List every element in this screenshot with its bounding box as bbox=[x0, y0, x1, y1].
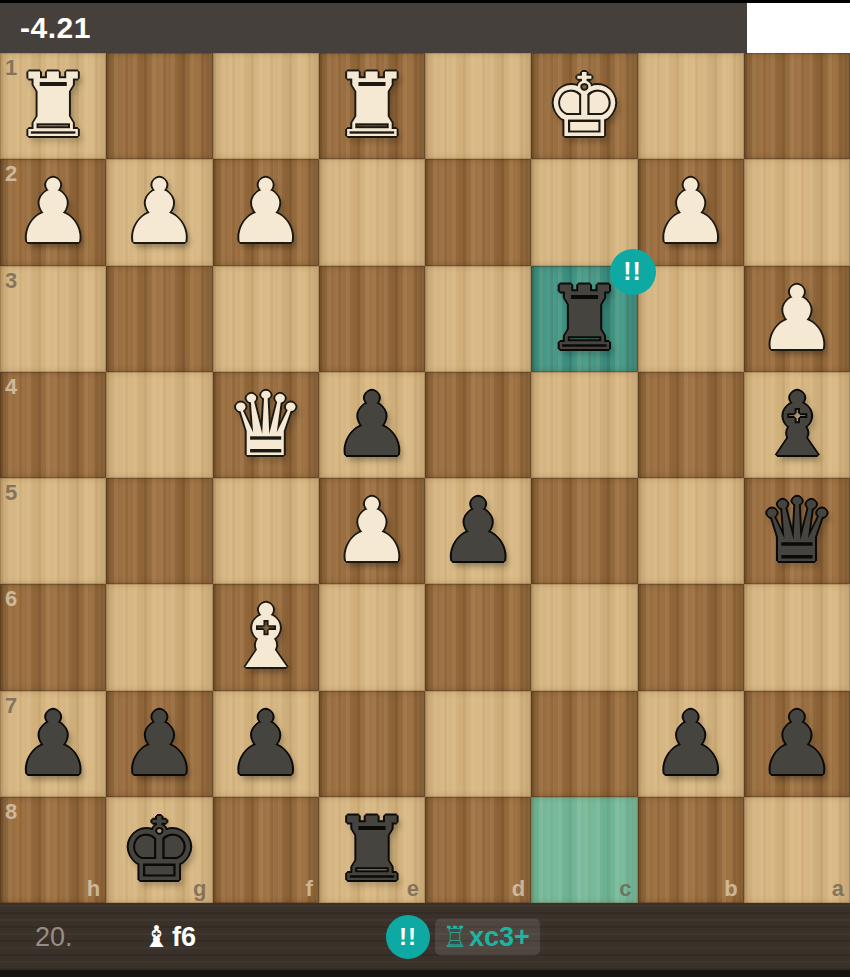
square-e6[interactable] bbox=[319, 584, 425, 690]
square-f6[interactable]: ♝ bbox=[213, 584, 319, 690]
square-c7[interactable] bbox=[531, 691, 637, 797]
black-pawn-a7[interactable]: ♟ bbox=[744, 691, 850, 797]
square-b5[interactable] bbox=[638, 478, 744, 584]
white-rook-e1[interactable]: ♜ bbox=[319, 53, 425, 159]
square-g1[interactable] bbox=[106, 53, 212, 159]
black-pawn-g7[interactable]: ♟ bbox=[106, 691, 212, 797]
square-c6[interactable] bbox=[531, 584, 637, 690]
bottom-strip bbox=[0, 970, 850, 977]
square-c2[interactable] bbox=[531, 159, 637, 265]
square-d7[interactable] bbox=[425, 691, 531, 797]
white-king-c1[interactable]: ♚ bbox=[531, 53, 637, 159]
chess-analysis-screen: -4.21 1♜♜♚2♟♟♟♟3♜♟4♛♟♝5♟♟♛6♝7♟♟♟♟♟8hg♚fe… bbox=[0, 0, 850, 977]
square-h8[interactable]: 8h bbox=[0, 797, 106, 903]
file-label-f: f bbox=[305, 876, 312, 902]
square-d6[interactable] bbox=[425, 584, 531, 690]
black-pawn-e4[interactable]: ♟ bbox=[319, 372, 425, 478]
rank-label-5: 5 bbox=[5, 480, 17, 506]
white-bishop-f6[interactable]: ♝ bbox=[213, 584, 319, 690]
square-e3[interactable] bbox=[319, 266, 425, 372]
square-b2[interactable]: ♟ bbox=[638, 159, 744, 265]
move-bar: 20. ♝ f6 !! ♖ xc3+ bbox=[0, 903, 850, 970]
rank-label-6: 6 bbox=[5, 586, 17, 612]
square-c8[interactable]: c bbox=[531, 797, 637, 903]
square-d4[interactable] bbox=[425, 372, 531, 478]
white-pawn-b2[interactable]: ♟ bbox=[638, 159, 744, 265]
square-a6[interactable] bbox=[744, 584, 850, 690]
square-g5[interactable] bbox=[106, 478, 212, 584]
square-e4[interactable]: ♟ bbox=[319, 372, 425, 478]
evaluation-bar: -4.21 bbox=[0, 3, 850, 53]
black-pawn-b7[interactable]: ♟ bbox=[638, 691, 744, 797]
brilliant-move-badge: !! bbox=[386, 915, 430, 959]
square-a3[interactable]: ♟ bbox=[744, 266, 850, 372]
square-h7[interactable]: 7♟ bbox=[0, 691, 106, 797]
rank-label-8: 8 bbox=[5, 799, 17, 825]
file-label-h: h bbox=[87, 876, 100, 902]
square-h3[interactable]: 3 bbox=[0, 266, 106, 372]
black-pawn-h7[interactable]: ♟ bbox=[0, 691, 106, 797]
square-b6[interactable] bbox=[638, 584, 744, 690]
square-f4[interactable]: ♛ bbox=[213, 372, 319, 478]
white-pawn-a3[interactable]: ♟ bbox=[744, 266, 850, 372]
black-move-button[interactable]: ♖ xc3+ bbox=[435, 918, 540, 955]
square-e7[interactable] bbox=[319, 691, 425, 797]
black-queen-a5[interactable]: ♛ bbox=[744, 478, 850, 584]
black-pawn-d5[interactable]: ♟ bbox=[425, 478, 531, 584]
move-number: 20. bbox=[35, 921, 73, 952]
black-king-g8[interactable]: ♚ bbox=[106, 797, 212, 903]
square-b1[interactable] bbox=[638, 53, 744, 159]
square-f5[interactable] bbox=[213, 478, 319, 584]
white-rook-h1[interactable]: ♜ bbox=[0, 53, 106, 159]
rank-label-3: 3 bbox=[5, 268, 17, 294]
square-b4[interactable] bbox=[638, 372, 744, 478]
square-g7[interactable]: ♟ bbox=[106, 691, 212, 797]
square-a1[interactable] bbox=[744, 53, 850, 159]
white-pawn-e5[interactable]: ♟ bbox=[319, 478, 425, 584]
square-f3[interactable] bbox=[213, 266, 319, 372]
black-rook-e8[interactable]: ♜ bbox=[319, 797, 425, 903]
square-g8[interactable]: g♚ bbox=[106, 797, 212, 903]
square-e8[interactable]: e♜ bbox=[319, 797, 425, 903]
square-d2[interactable] bbox=[425, 159, 531, 265]
white-pawn-g2[interactable]: ♟ bbox=[106, 159, 212, 265]
square-d1[interactable] bbox=[425, 53, 531, 159]
white-pawn-f2[interactable]: ♟ bbox=[213, 159, 319, 265]
square-c4[interactable] bbox=[531, 372, 637, 478]
black-bishop-a4[interactable]: ♝ bbox=[744, 372, 850, 478]
square-c1[interactable]: ♚ bbox=[531, 53, 637, 159]
evaluation-score: -4.21 bbox=[20, 11, 91, 45]
bishop-icon: ♝ bbox=[143, 922, 170, 952]
square-h6[interactable]: 6 bbox=[0, 584, 106, 690]
square-d8[interactable]: d bbox=[425, 797, 531, 903]
black-move-label: xc3+ bbox=[469, 921, 530, 952]
file-label-d: d bbox=[512, 876, 525, 902]
square-f7[interactable]: ♟ bbox=[213, 691, 319, 797]
rook-icon: ♖ bbox=[442, 922, 468, 951]
black-pawn-f7[interactable]: ♟ bbox=[213, 691, 319, 797]
square-c5[interactable] bbox=[531, 478, 637, 584]
square-f1[interactable] bbox=[213, 53, 319, 159]
white-move-button[interactable]: ♝ f6 bbox=[143, 921, 196, 952]
square-g3[interactable] bbox=[106, 266, 212, 372]
square-h1[interactable]: 1♜ bbox=[0, 53, 106, 159]
evaluation-white-section bbox=[747, 3, 850, 53]
square-b7[interactable]: ♟ bbox=[638, 691, 744, 797]
square-e5[interactable]: ♟ bbox=[319, 478, 425, 584]
square-h4[interactable]: 4 bbox=[0, 372, 106, 478]
square-h2[interactable]: 2♟ bbox=[0, 159, 106, 265]
white-queen-f4[interactable]: ♛ bbox=[213, 372, 319, 478]
white-move-label: f6 bbox=[172, 921, 196, 952]
square-e2[interactable] bbox=[319, 159, 425, 265]
square-a2[interactable] bbox=[744, 159, 850, 265]
file-label-c: c bbox=[619, 876, 631, 902]
square-a4[interactable]: ♝ bbox=[744, 372, 850, 478]
square-d5[interactable]: ♟ bbox=[425, 478, 531, 584]
square-g4[interactable] bbox=[106, 372, 212, 478]
square-a8[interactable]: a bbox=[744, 797, 850, 903]
square-b8[interactable]: b bbox=[638, 797, 744, 903]
square-h5[interactable]: 5 bbox=[0, 478, 106, 584]
file-label-b: b bbox=[724, 876, 737, 902]
rank-label-4: 4 bbox=[5, 374, 17, 400]
board-brilliant-badge: !! bbox=[610, 249, 656, 295]
square-a5[interactable]: ♛ bbox=[744, 478, 850, 584]
white-pawn-h2[interactable]: ♟ bbox=[0, 159, 106, 265]
square-d3[interactable] bbox=[425, 266, 531, 372]
square-f8[interactable]: f bbox=[213, 797, 319, 903]
square-f2[interactable]: ♟ bbox=[213, 159, 319, 265]
square-a7[interactable]: ♟ bbox=[744, 691, 850, 797]
square-g2[interactable]: ♟ bbox=[106, 159, 212, 265]
file-label-a: a bbox=[832, 876, 844, 902]
chess-board[interactable]: 1♜♜♚2♟♟♟♟3♜♟4♛♟♝5♟♟♛6♝7♟♟♟♟♟8hg♚fe♜dcba!… bbox=[0, 53, 850, 903]
square-g6[interactable] bbox=[106, 584, 212, 690]
square-e1[interactable]: ♜ bbox=[319, 53, 425, 159]
